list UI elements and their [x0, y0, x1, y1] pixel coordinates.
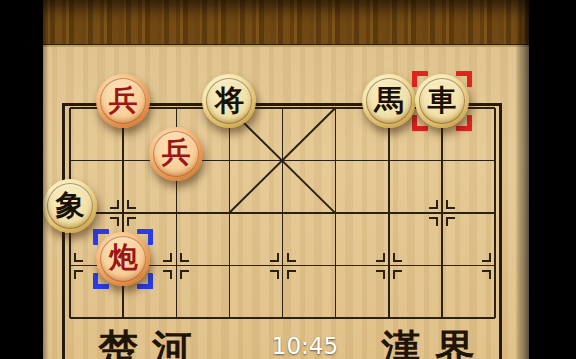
piece-glyph: 兵 [109, 86, 138, 115]
grid-horizontal-line [70, 212, 495, 214]
piece-red-soldier[interactable]: 兵 [96, 74, 150, 128]
piece-glyph: 将 [215, 86, 244, 115]
piece-black-elephant[interactable]: 象 [43, 179, 97, 233]
app-viewport: 兵将馬車兵象炮 楚河 10:45 漢界 [0, 0, 576, 359]
piece-glyph: 車 [427, 86, 456, 115]
piece-black-general[interactable]: 将 [202, 74, 256, 128]
game-stage: 兵将馬車兵象炮 楚河 10:45 漢界 [43, 0, 529, 359]
grid-horizontal-line [70, 317, 495, 319]
piece-glyph: 馬 [374, 86, 403, 115]
piece-face: 将 [206, 78, 252, 124]
wood-header [43, 0, 529, 45]
piece-glyph: 兵 [162, 138, 191, 167]
board-background: 兵将馬車兵象炮 楚河 10:45 漢界 [43, 47, 529, 359]
letterbox-right [529, 0, 576, 359]
piece-face: 車 [419, 78, 465, 124]
piece-black-chariot[interactable]: 車 [415, 74, 469, 128]
piece-red-cannon[interactable]: 炮 [96, 232, 150, 286]
river-label-right: 漢界 [381, 327, 489, 359]
piece-red-soldier[interactable]: 兵 [149, 127, 203, 181]
piece-face: 炮 [100, 236, 146, 282]
game-timer: 10:45 [255, 333, 355, 359]
piece-face: 兵 [100, 78, 146, 124]
piece-face: 兵 [153, 131, 199, 177]
board-grid[interactable]: 兵将馬車兵象炮 [70, 108, 495, 318]
piece-glyph: 炮 [109, 243, 138, 272]
piece-black-horse[interactable]: 馬 [362, 74, 416, 128]
letterbox-left [0, 0, 43, 359]
piece-glyph: 象 [56, 191, 85, 220]
piece-face: 象 [47, 183, 93, 229]
piece-face: 馬 [366, 78, 412, 124]
river-label-left: 楚河 [98, 327, 206, 359]
